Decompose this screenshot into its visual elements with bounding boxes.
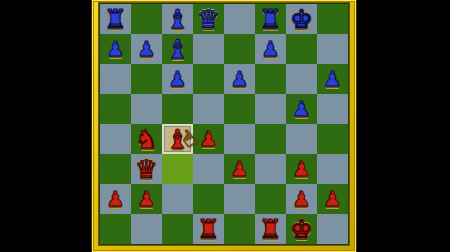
red-knight-b4[interactable]: ♞ [135,125,158,153]
blue-queen-d8[interactable]: ♛ [197,5,220,33]
square-f7[interactable]: ♟ [255,34,286,64]
square-a5[interactable] [100,94,131,124]
red-pawn-b2[interactable]: ♟ [137,186,156,212]
square-d7[interactable] [193,34,224,64]
square-c3[interactable] [162,154,193,184]
square-f5[interactable] [255,94,286,124]
square-b1[interactable] [131,214,162,244]
square-b3[interactable]: ♛ [131,154,162,184]
square-h5[interactable] [317,94,348,124]
square-d3[interactable] [193,154,224,184]
square-b6[interactable] [131,64,162,94]
red-king-g1[interactable]: ♚ [290,215,313,243]
square-e7[interactable] [224,34,255,64]
blue-rook-f8[interactable]: ♜ [259,5,282,33]
square-b4[interactable]: ♞ [131,124,162,154]
red-bishop-c4[interactable]: ♝ [166,125,189,153]
square-g6[interactable] [286,64,317,94]
square-e1[interactable] [224,214,255,244]
square-c7[interactable]: ♝ [162,34,193,64]
square-c6[interactable]: ♟ [162,64,193,94]
red-pawn-d4[interactable]: ♟ [199,126,218,152]
square-c5[interactable] [162,94,193,124]
square-f1[interactable]: ♜ [255,214,286,244]
square-g7[interactable] [286,34,317,64]
square-h8[interactable] [317,4,348,34]
blue-pawn-e6[interactable]: ♟ [230,66,249,92]
blue-pawn-b7[interactable]: ♟ [137,36,156,62]
red-pawn-g2[interactable]: ♟ [292,186,311,212]
square-e8[interactable] [224,4,255,34]
red-queen-b3[interactable]: ♛ [135,155,158,183]
chess-board: ♜♝♛♜♚♟♟♝♟♟♟♟♟♞♝♟♛♟♟♟♟♟♟♜♜♚ [100,4,348,244]
square-c4[interactable]: ♝ [162,124,193,154]
square-g4[interactable] [286,124,317,154]
blue-bishop-c8[interactable]: ♝ [166,5,189,33]
square-h2[interactable]: ♟ [317,184,348,214]
square-a8[interactable]: ♜ [100,4,131,34]
blue-rook-a8[interactable]: ♜ [104,5,127,33]
square-e3[interactable]: ♟ [224,154,255,184]
square-d2[interactable] [193,184,224,214]
square-h1[interactable] [317,214,348,244]
blue-pawn-f7[interactable]: ♟ [261,36,280,62]
square-d4[interactable]: ♟ [193,124,224,154]
square-h4[interactable] [317,124,348,154]
square-c8[interactable]: ♝ [162,4,193,34]
square-g3[interactable]: ♟ [286,154,317,184]
square-h6[interactable]: ♟ [317,64,348,94]
square-d5[interactable] [193,94,224,124]
square-b8[interactable] [131,4,162,34]
red-rook-f1[interactable]: ♜ [259,215,282,243]
square-c2[interactable] [162,184,193,214]
square-h7[interactable] [317,34,348,64]
square-b2[interactable]: ♟ [131,184,162,214]
square-a7[interactable]: ♟ [100,34,131,64]
red-pawn-g3[interactable]: ♟ [292,156,311,182]
square-e4[interactable] [224,124,255,154]
square-a6[interactable] [100,64,131,94]
blue-pawn-g5[interactable]: ♟ [292,96,311,122]
square-g5[interactable]: ♟ [286,94,317,124]
square-a2[interactable]: ♟ [100,184,131,214]
blue-bishop-c7[interactable]: ♝ [166,35,189,63]
square-a4[interactable] [100,124,131,154]
square-f8[interactable]: ♜ [255,4,286,34]
board-frame: ♜♝♛♜♚♟♟♝♟♟♟♟♟♞♝♟♛♟♟♟♟♟♟♜♜♚ [92,0,356,252]
square-a1[interactable] [100,214,131,244]
blue-pawn-a7[interactable]: ♟ [106,36,125,62]
square-f6[interactable] [255,64,286,94]
square-d8[interactable]: ♛ [193,4,224,34]
red-pawn-h2[interactable]: ♟ [323,186,342,212]
square-f2[interactable] [255,184,286,214]
square-f3[interactable] [255,154,286,184]
square-h3[interactable] [317,154,348,184]
square-c1[interactable] [162,214,193,244]
square-d1[interactable]: ♜ [193,214,224,244]
square-g2[interactable]: ♟ [286,184,317,214]
square-b7[interactable]: ♟ [131,34,162,64]
square-f4[interactable] [255,124,286,154]
square-b5[interactable] [131,94,162,124]
square-e2[interactable] [224,184,255,214]
blue-pawn-c6[interactable]: ♟ [168,66,187,92]
blue-king-g8[interactable]: ♚ [290,5,313,33]
red-rook-d1[interactable]: ♜ [197,215,220,243]
red-pawn-a2[interactable]: ♟ [106,186,125,212]
red-pawn-e3[interactable]: ♟ [230,156,249,182]
square-g1[interactable]: ♚ [286,214,317,244]
square-g8[interactable]: ♚ [286,4,317,34]
square-d6[interactable] [193,64,224,94]
blue-pawn-h6[interactable]: ♟ [323,66,342,92]
square-a3[interactable] [100,154,131,184]
square-e6[interactable]: ♟ [224,64,255,94]
square-e5[interactable] [224,94,255,124]
